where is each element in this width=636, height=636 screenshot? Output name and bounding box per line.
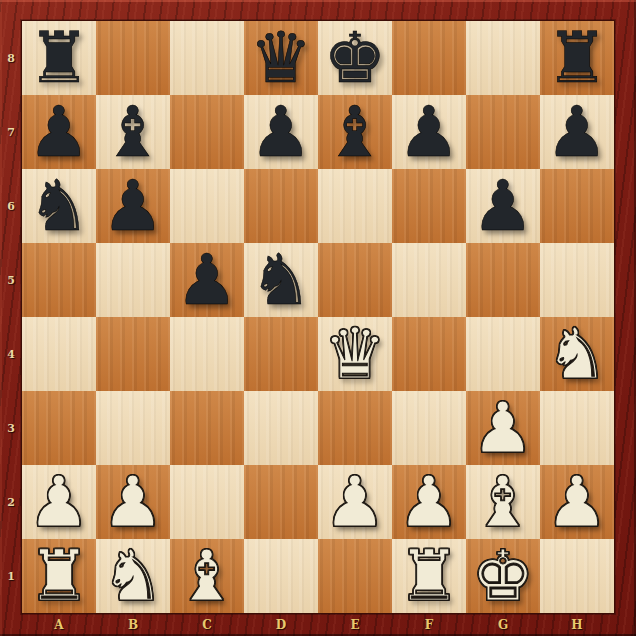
square-a3[interactable] [22,391,96,465]
rank-label-1: 1 [0,539,22,613]
square-d6[interactable] [244,169,318,243]
square-b4[interactable] [96,317,170,391]
piece-black-pawn: ♟ [540,95,614,169]
square-e7[interactable]: ♝ [318,95,392,169]
rank-label-8: 8 [0,21,22,95]
square-f1[interactable]: ♜ [392,539,466,613]
piece-black-knight: ♞ [244,243,318,317]
square-e2[interactable]: ♟ [318,465,392,539]
square-a2[interactable]: ♟ [22,465,96,539]
file-coordinates: ABCDEFGH [22,613,614,636]
square-e1[interactable] [318,539,392,613]
rank-label-6: 6 [0,169,22,243]
piece-black-pawn: ♟ [170,243,244,317]
piece-white-pawn: ♟ [22,465,96,539]
square-f2[interactable]: ♟ [392,465,466,539]
square-c5[interactable]: ♟ [170,243,244,317]
square-d8[interactable]: ♛ [244,21,318,95]
piece-white-knight: ♞ [540,317,614,391]
piece-black-rook: ♜ [22,21,96,95]
piece-black-knight: ♞ [22,169,96,243]
square-a8[interactable]: ♜ [22,21,96,95]
piece-white-rook: ♜ [392,539,466,613]
square-b2[interactable]: ♟ [96,465,170,539]
piece-black-pawn: ♟ [22,95,96,169]
square-b7[interactable]: ♝ [96,95,170,169]
square-d1[interactable] [244,539,318,613]
file-label-e: E [318,613,392,636]
square-e5[interactable] [318,243,392,317]
piece-white-queen: ♛ [318,317,392,391]
square-e3[interactable] [318,391,392,465]
square-g4[interactable] [466,317,540,391]
file-label-g: G [466,613,540,636]
square-c3[interactable] [170,391,244,465]
rank-coordinates: 87654321 [0,21,22,613]
piece-black-queen: ♛ [244,21,318,95]
square-g8[interactable] [466,21,540,95]
file-label-f: F [392,613,466,636]
square-d4[interactable] [244,317,318,391]
piece-white-bishop: ♝ [170,539,244,613]
square-f7[interactable]: ♟ [392,95,466,169]
square-h2[interactable]: ♟ [540,465,614,539]
square-f3[interactable] [392,391,466,465]
square-g1[interactable]: ♚ [466,539,540,613]
square-c1[interactable]: ♝ [170,539,244,613]
square-d7[interactable]: ♟ [244,95,318,169]
rank-label-7: 7 [0,95,22,169]
square-h7[interactable]: ♟ [540,95,614,169]
piece-black-bishop: ♝ [96,95,170,169]
file-label-d: D [244,613,318,636]
square-h1[interactable] [540,539,614,613]
piece-black-pawn: ♟ [466,169,540,243]
rank-label-3: 3 [0,391,22,465]
square-d3[interactable] [244,391,318,465]
square-b6[interactable]: ♟ [96,169,170,243]
square-g6[interactable]: ♟ [466,169,540,243]
piece-white-pawn: ♟ [392,465,466,539]
square-d5[interactable]: ♞ [244,243,318,317]
square-h4[interactable]: ♞ [540,317,614,391]
square-d2[interactable] [244,465,318,539]
square-f8[interactable] [392,21,466,95]
square-e6[interactable] [318,169,392,243]
rank-label-4: 4 [0,317,22,391]
piece-white-king: ♚ [466,539,540,613]
board: ♜♛♚♜♟♝♟♝♟♟♞♟♟♟♞♛♞♟♟♟♟♟♝♟♜♞♝♜♚ [22,21,614,613]
piece-black-rook: ♜ [540,21,614,95]
square-h5[interactable] [540,243,614,317]
square-f4[interactable] [392,317,466,391]
square-e4[interactable]: ♛ [318,317,392,391]
square-a4[interactable] [22,317,96,391]
square-a6[interactable]: ♞ [22,169,96,243]
square-a1[interactable]: ♜ [22,539,96,613]
piece-white-pawn: ♟ [96,465,170,539]
square-h6[interactable] [540,169,614,243]
square-g2[interactable]: ♝ [466,465,540,539]
square-c4[interactable] [170,317,244,391]
square-g3[interactable]: ♟ [466,391,540,465]
piece-black-king: ♚ [318,21,392,95]
piece-black-bishop: ♝ [318,95,392,169]
rank-label-5: 5 [0,243,22,317]
square-h3[interactable] [540,391,614,465]
file-label-c: C [170,613,244,636]
square-c7[interactable] [170,95,244,169]
piece-white-pawn: ♟ [466,391,540,465]
file-label-a: A [22,613,96,636]
square-c6[interactable] [170,169,244,243]
square-b3[interactable] [96,391,170,465]
piece-white-knight: ♞ [96,539,170,613]
square-b8[interactable] [96,21,170,95]
square-f6[interactable] [392,169,466,243]
square-c2[interactable] [170,465,244,539]
square-a5[interactable] [22,243,96,317]
square-g5[interactable] [466,243,540,317]
square-g7[interactable] [466,95,540,169]
square-b5[interactable] [96,243,170,317]
file-label-h: H [540,613,614,636]
piece-black-pawn: ♟ [392,95,466,169]
square-f5[interactable] [392,243,466,317]
square-c8[interactable] [170,21,244,95]
piece-white-bishop: ♝ [466,465,540,539]
piece-black-pawn: ♟ [96,169,170,243]
piece-white-rook: ♜ [22,539,96,613]
piece-white-pawn: ♟ [318,465,392,539]
file-label-b: B [96,613,170,636]
square-a7[interactable]: ♟ [22,95,96,169]
rank-label-2: 2 [0,465,22,539]
board-frame: 87654321 ♜♛♚♜♟♝♟♝♟♟♞♟♟♟♞♛♞♟♟♟♟♟♝♟♜♞♝♜♚ A… [0,0,636,636]
square-e8[interactable]: ♚ [318,21,392,95]
piece-black-pawn: ♟ [244,95,318,169]
square-b1[interactable]: ♞ [96,539,170,613]
square-h8[interactable]: ♜ [540,21,614,95]
piece-white-pawn: ♟ [540,465,614,539]
